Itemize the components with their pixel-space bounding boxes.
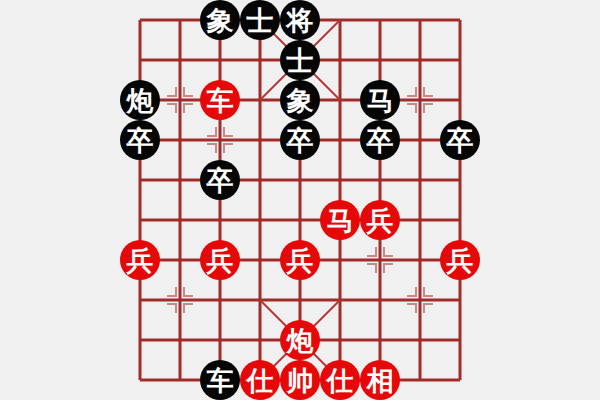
red-cannon[interactable]: 炮 (280, 320, 320, 360)
intersection-5-9[interactable]: 仕 (320, 360, 360, 400)
intersection-5-2[interactable] (320, 80, 360, 120)
intersection-2-8[interactable] (200, 320, 240, 360)
intersection-4-0[interactable]: 将 (280, 0, 320, 40)
intersection-2-5[interactable] (200, 200, 240, 240)
red-soldier[interactable]: 兵 (360, 200, 400, 240)
intersection-2-1[interactable] (200, 40, 240, 80)
intersection-4-5[interactable] (280, 200, 320, 240)
intersection-1-2[interactable] (160, 80, 200, 120)
intersection-8-1[interactable] (440, 40, 480, 80)
intersection-7-9[interactable] (400, 360, 440, 400)
intersection-0-7[interactable] (120, 280, 160, 320)
black-elephant[interactable]: 象 (200, 0, 240, 40)
black-chariot[interactable]: 车 (200, 360, 240, 400)
intersection-1-9[interactable] (160, 360, 200, 400)
intersection-7-3[interactable] (400, 120, 440, 160)
intersection-3-8[interactable] (240, 320, 280, 360)
intersection-1-1[interactable] (160, 40, 200, 80)
black-advisor[interactable]: 士 (240, 0, 280, 40)
intersection-5-1[interactable] (320, 40, 360, 80)
intersection-7-4[interactable] (400, 160, 440, 200)
red-general[interactable]: 帅 (280, 360, 320, 400)
intersection-0-4[interactable] (120, 160, 160, 200)
intersection-2-7[interactable] (200, 280, 240, 320)
black-soldier[interactable]: 卒 (440, 120, 480, 160)
intersection-3-4[interactable] (240, 160, 280, 200)
intersection-5-6[interactable] (320, 240, 360, 280)
xiangqi-board: 象士将士炮车象马卒卒卒卒卒马兵兵兵兵兵炮车仕帅仕相 (0, 0, 600, 400)
intersection-2-2[interactable]: 车 (200, 80, 240, 120)
board-intersections: 象士将士炮车象马卒卒卒卒卒马兵兵兵兵兵炮车仕帅仕相 (120, 0, 480, 400)
black-general[interactable]: 将 (280, 0, 320, 40)
intersection-4-6[interactable]: 兵 (280, 240, 320, 280)
intersection-7-8[interactable] (400, 320, 440, 360)
intersection-8-9[interactable] (440, 360, 480, 400)
red-soldier[interactable]: 兵 (280, 240, 320, 280)
intersection-8-4[interactable] (440, 160, 480, 200)
black-elephant[interactable]: 象 (280, 80, 320, 120)
intersection-0-1[interactable] (120, 40, 160, 80)
intersection-5-3[interactable] (320, 120, 360, 160)
intersection-8-5[interactable] (440, 200, 480, 240)
red-soldier[interactable]: 兵 (120, 240, 160, 280)
red-soldier[interactable]: 兵 (200, 240, 240, 280)
intersection-6-4[interactable] (360, 160, 400, 200)
intersection-6-7[interactable] (360, 280, 400, 320)
intersection-3-9[interactable]: 仕 (240, 360, 280, 400)
intersection-6-1[interactable] (360, 40, 400, 80)
intersection-6-9[interactable]: 相 (360, 360, 400, 400)
red-soldier[interactable]: 兵 (440, 240, 480, 280)
red-elephant[interactable]: 相 (360, 360, 400, 400)
red-chariot[interactable]: 车 (200, 80, 240, 120)
black-advisor[interactable]: 士 (280, 40, 320, 80)
red-advisor[interactable]: 仕 (320, 360, 360, 400)
intersection-7-1[interactable] (400, 40, 440, 80)
intersection-4-7[interactable] (280, 280, 320, 320)
intersection-1-5[interactable] (160, 200, 200, 240)
black-horse[interactable]: 马 (360, 80, 400, 120)
intersection-2-3[interactable] (200, 120, 240, 160)
intersection-1-3[interactable] (160, 120, 200, 160)
intersection-5-5[interactable]: 马 (320, 200, 360, 240)
black-soldier[interactable]: 卒 (200, 160, 240, 200)
red-advisor[interactable]: 仕 (240, 360, 280, 400)
black-soldier[interactable]: 卒 (120, 120, 160, 160)
intersection-7-7[interactable] (400, 280, 440, 320)
intersection-4-8[interactable]: 炮 (280, 320, 320, 360)
red-horse[interactable]: 马 (320, 200, 360, 240)
intersection-0-5[interactable] (120, 200, 160, 240)
intersection-7-2[interactable] (400, 80, 440, 120)
intersection-6-0[interactable] (360, 0, 400, 40)
intersection-6-2[interactable]: 马 (360, 80, 400, 120)
intersection-8-6[interactable]: 兵 (440, 240, 480, 280)
intersection-1-4[interactable] (160, 160, 200, 200)
intersection-7-6[interactable] (400, 240, 440, 280)
intersection-1-0[interactable] (160, 0, 200, 40)
intersection-8-0[interactable] (440, 0, 480, 40)
intersection-5-4[interactable] (320, 160, 360, 200)
intersection-1-6[interactable] (160, 240, 200, 280)
intersection-5-8[interactable] (320, 320, 360, 360)
intersection-3-6[interactable] (240, 240, 280, 280)
intersection-2-6[interactable]: 兵 (200, 240, 240, 280)
intersection-0-3[interactable]: 卒 (120, 120, 160, 160)
intersection-0-2[interactable]: 炮 (120, 80, 160, 120)
intersection-2-0[interactable]: 象 (200, 0, 240, 40)
intersection-3-3[interactable] (240, 120, 280, 160)
intersection-5-7[interactable] (320, 280, 360, 320)
intersection-4-1[interactable]: 士 (280, 40, 320, 80)
intersection-0-9[interactable] (120, 360, 160, 400)
intersection-6-5[interactable]: 兵 (360, 200, 400, 240)
intersection-0-0[interactable] (120, 0, 160, 40)
intersection-4-2[interactable]: 象 (280, 80, 320, 120)
intersection-2-4[interactable]: 卒 (200, 160, 240, 200)
black-soldier[interactable]: 卒 (360, 120, 400, 160)
intersection-7-5[interactable] (400, 200, 440, 240)
intersection-8-3[interactable]: 卒 (440, 120, 480, 160)
intersection-7-0[interactable] (400, 0, 440, 40)
intersection-6-8[interactable] (360, 320, 400, 360)
intersection-2-9[interactable]: 车 (200, 360, 240, 400)
intersection-3-0[interactable]: 士 (240, 0, 280, 40)
intersection-8-7[interactable] (440, 280, 480, 320)
intersection-3-7[interactable] (240, 280, 280, 320)
intersection-3-5[interactable] (240, 200, 280, 240)
intersection-6-6[interactable] (360, 240, 400, 280)
intersection-1-7[interactable] (160, 280, 200, 320)
intersection-4-4[interactable] (280, 160, 320, 200)
intersection-5-0[interactable] (320, 0, 360, 40)
intersection-6-3[interactable]: 卒 (360, 120, 400, 160)
black-soldier[interactable]: 卒 (280, 120, 320, 160)
intersection-8-8[interactable] (440, 320, 480, 360)
intersection-4-9[interactable]: 帅 (280, 360, 320, 400)
intersection-1-8[interactable] (160, 320, 200, 360)
intersection-0-8[interactable] (120, 320, 160, 360)
intersection-4-3[interactable]: 卒 (280, 120, 320, 160)
intersection-8-2[interactable] (440, 80, 480, 120)
intersection-3-2[interactable] (240, 80, 280, 120)
intersection-3-1[interactable] (240, 40, 280, 80)
black-cannon[interactable]: 炮 (120, 80, 160, 120)
intersection-0-6[interactable]: 兵 (120, 240, 160, 280)
